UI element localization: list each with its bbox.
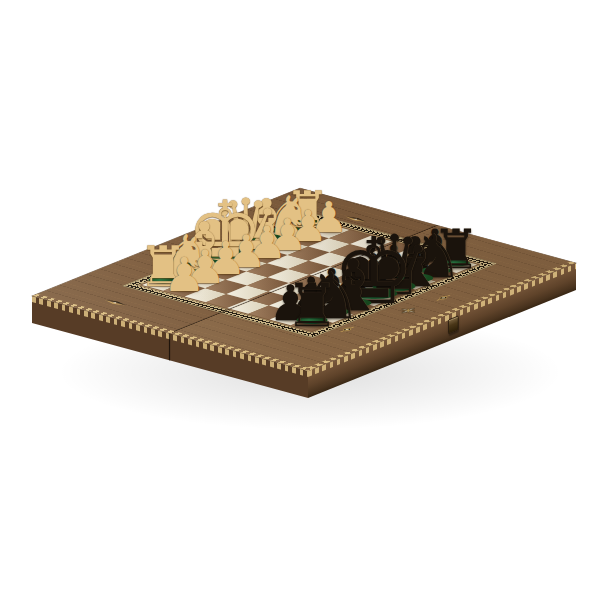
chess-set-photo: ♜♟♞♟♝♟♛♟♚♟♟♜♝♟♟♞♞♟♟♝♜♟♟♛♟♚♟♝♟♞♟♜ [0,0,600,600]
chess-piece-black-r-h8[interactable]: ♜ [285,276,338,336]
chess-piece-white-p-h2[interactable]: ♟ [163,252,205,299]
pieces-layer: ♜♟♞♟♝♟♛♟♚♟♟♜♝♟♟♞♞♟♟♝♜♟♟♛♟♚♟♝♟♞♟♜ [0,0,600,600]
